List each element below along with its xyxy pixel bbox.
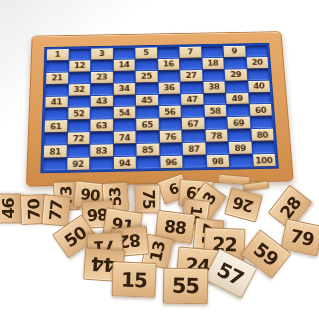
product-photo: 1357912141618202123252729323436384041434… <box>0 0 319 319</box>
loose-tiles: 6689326287390537546707786199188177950228… <box>0 0 319 319</box>
loose-tile-75[interactable]: 75 <box>135 185 161 214</box>
loose-tile-46[interactable]: 46 <box>0 194 22 224</box>
loose-tile-55[interactable]: 55 <box>163 268 209 305</box>
loose-tile-26[interactable]: 26 <box>224 187 263 223</box>
loose-tile-15[interactable]: 15 <box>111 261 156 298</box>
loose-tile-77[interactable]: 77 <box>41 194 71 226</box>
